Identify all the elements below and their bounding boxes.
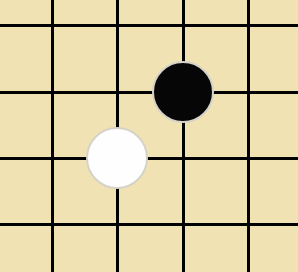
grid-line-horizontal: [0, 24, 298, 27]
grid-line-horizontal: [0, 91, 298, 94]
go-board[interactable]: [0, 0, 298, 272]
grid-line-horizontal: [0, 223, 298, 226]
grid-line-vertical: [182, 0, 185, 272]
grid-line-vertical: [51, 0, 54, 272]
grid-line-vertical: [247, 0, 250, 272]
white-stone: [86, 127, 148, 189]
black-stone: [152, 61, 214, 123]
grid-line-horizontal: [0, 157, 298, 160]
